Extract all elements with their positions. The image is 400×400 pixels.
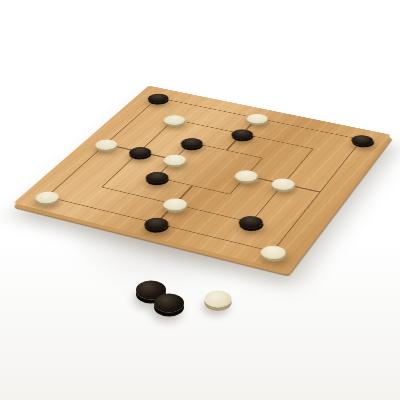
loose-black-piece-2[interactable] xyxy=(154,294,184,313)
product-photo-scene xyxy=(0,0,400,400)
loose-white-piece-3[interactable] xyxy=(205,291,232,308)
